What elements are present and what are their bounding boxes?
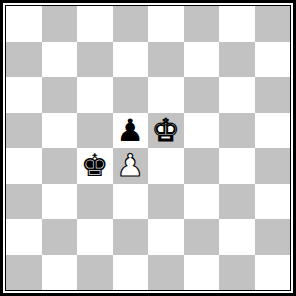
- square-e5[interactable]: ♚: [148, 113, 184, 149]
- square-d5[interactable]: ♟: [113, 113, 149, 149]
- square-g2[interactable]: [219, 219, 255, 255]
- white-pawn[interactable]: ♟: [116, 150, 144, 181]
- square-a3[interactable]: [6, 184, 42, 220]
- square-d2[interactable]: [113, 219, 149, 255]
- square-g5[interactable]: [219, 113, 255, 149]
- square-e1[interactable]: [148, 255, 184, 291]
- square-h6[interactable]: [255, 77, 291, 113]
- square-h5[interactable]: [255, 113, 291, 149]
- black-king[interactable]: ♚: [81, 150, 109, 181]
- square-g1[interactable]: [219, 255, 255, 291]
- square-f2[interactable]: [184, 219, 220, 255]
- square-h4[interactable]: [255, 148, 291, 184]
- square-d3[interactable]: [113, 184, 149, 220]
- square-f5[interactable]: [184, 113, 220, 149]
- square-h3[interactable]: [255, 184, 291, 220]
- square-b3[interactable]: [42, 184, 78, 220]
- square-b4[interactable]: [42, 148, 78, 184]
- square-a8[interactable]: [6, 6, 42, 42]
- square-d7[interactable]: [113, 42, 149, 78]
- black-pawn[interactable]: ♟: [116, 115, 144, 146]
- chess-board: ♟♚♚♟: [5, 5, 291, 291]
- square-h8[interactable]: [255, 6, 291, 42]
- square-b7[interactable]: [42, 42, 78, 78]
- square-c7[interactable]: [77, 42, 113, 78]
- square-b5[interactable]: [42, 113, 78, 149]
- square-g3[interactable]: [219, 184, 255, 220]
- square-e7[interactable]: [148, 42, 184, 78]
- square-b2[interactable]: [42, 219, 78, 255]
- square-b8[interactable]: [42, 6, 78, 42]
- square-e3[interactable]: [148, 184, 184, 220]
- square-g4[interactable]: [219, 148, 255, 184]
- chess-board-frame: ♟♚♚♟: [0, 0, 296, 296]
- square-c2[interactable]: [77, 219, 113, 255]
- square-b1[interactable]: [42, 255, 78, 291]
- square-e8[interactable]: [148, 6, 184, 42]
- square-f7[interactable]: [184, 42, 220, 78]
- square-c4[interactable]: ♚: [77, 148, 113, 184]
- square-c8[interactable]: [77, 6, 113, 42]
- square-d1[interactable]: [113, 255, 149, 291]
- square-h1[interactable]: [255, 255, 291, 291]
- square-d4[interactable]: ♟: [113, 148, 149, 184]
- square-g6[interactable]: [219, 77, 255, 113]
- square-d8[interactable]: [113, 6, 149, 42]
- square-h7[interactable]: [255, 42, 291, 78]
- square-e4[interactable]: [148, 148, 184, 184]
- square-c5[interactable]: [77, 113, 113, 149]
- square-e6[interactable]: [148, 77, 184, 113]
- square-a1[interactable]: [6, 255, 42, 291]
- square-f8[interactable]: [184, 6, 220, 42]
- square-g7[interactable]: [219, 42, 255, 78]
- square-f3[interactable]: [184, 184, 220, 220]
- square-h2[interactable]: [255, 219, 291, 255]
- square-c1[interactable]: [77, 255, 113, 291]
- square-g8[interactable]: [219, 6, 255, 42]
- square-d6[interactable]: [113, 77, 149, 113]
- square-f4[interactable]: [184, 148, 220, 184]
- square-a7[interactable]: [6, 42, 42, 78]
- square-a6[interactable]: [6, 77, 42, 113]
- white-king[interactable]: ♚: [152, 115, 180, 146]
- square-f6[interactable]: [184, 77, 220, 113]
- square-b6[interactable]: [42, 77, 78, 113]
- square-e2[interactable]: [148, 219, 184, 255]
- square-c3[interactable]: [77, 184, 113, 220]
- square-c6[interactable]: [77, 77, 113, 113]
- square-a2[interactable]: [6, 219, 42, 255]
- square-f1[interactable]: [184, 255, 220, 291]
- square-a5[interactable]: [6, 113, 42, 149]
- square-a4[interactable]: [6, 148, 42, 184]
